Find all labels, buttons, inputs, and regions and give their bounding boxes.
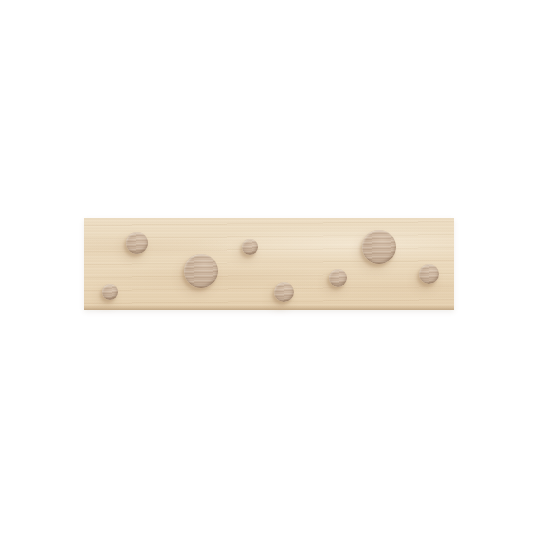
pegs-layer xyxy=(0,0,533,533)
wooden-peg-small xyxy=(102,284,118,300)
wooden-peg-large xyxy=(184,254,218,288)
wooden-peg-medium xyxy=(419,264,439,284)
wooden-peg-large xyxy=(362,230,396,264)
wooden-peg-medium xyxy=(274,282,294,302)
product-photo xyxy=(0,0,533,533)
wooden-peg-small xyxy=(329,269,347,287)
wooden-peg-small xyxy=(242,239,258,255)
wooden-peg-medium xyxy=(126,232,148,254)
